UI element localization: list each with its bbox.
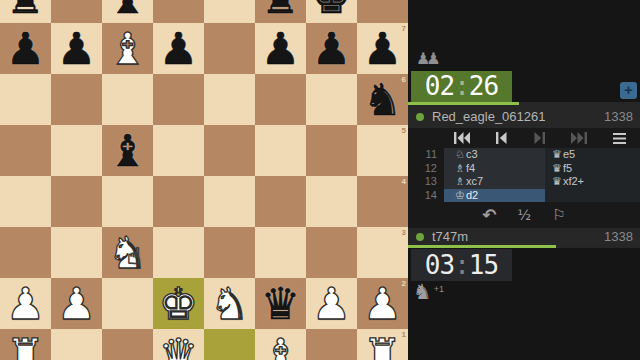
square-d3[interactable] (153, 227, 204, 278)
next-move-button[interactable] (534, 132, 545, 144)
last-move-button[interactable] (571, 132, 587, 144)
square-h4[interactable]: 4 (357, 176, 408, 227)
black-player-name: Red_eagle_061261 (432, 105, 546, 128)
add-time-button[interactable]: + (620, 82, 637, 99)
square-d5[interactable] (153, 125, 204, 176)
move-number: 13 (408, 175, 444, 189)
white-player-rating: 1338 (604, 228, 633, 245)
lichess-game-screen: ♜♝♜♚8♟♟♝♟♟♟♟7♞6♝54♞3♟♟♚♞♛♟♟2♜♛♝♜1 ☝ ♟♟ 0… (0, 0, 640, 360)
piece-figurine: ♛ (552, 162, 562, 175)
square-b3[interactable] (51, 227, 102, 278)
menu-button[interactable] (613, 133, 626, 144)
clock-colon: : (454, 71, 469, 101)
step-back-icon (496, 132, 507, 144)
square-b5[interactable] (51, 125, 102, 176)
square-a7[interactable]: ♟ (0, 23, 51, 74)
square-g6[interactable] (306, 74, 357, 125)
black-queen: ♛ (255, 278, 306, 329)
square-h1[interactable]: ♜1 (357, 329, 408, 360)
square-f3[interactable] (255, 227, 306, 278)
clock-minutes: 02 (425, 71, 454, 101)
square-e6[interactable] (204, 74, 255, 125)
white-rook: ♜ (0, 329, 51, 360)
white-pawn: ♟ (306, 278, 357, 329)
captured-knight-icon: ♞ (413, 280, 432, 304)
square-g2[interactable]: ♟ (306, 278, 357, 329)
chess-board[interactable]: ♜♝♜♚8♟♟♝♟♟♟♟7♞6♝54♞3♟♟♚♞♛♟♟2♜♛♝♜1 (0, 0, 408, 360)
square-a4[interactable] (0, 176, 51, 227)
square-d7[interactable]: ♟ (153, 23, 204, 74)
square-h6[interactable]: ♞6 (357, 74, 408, 125)
square-b6[interactable] (51, 74, 102, 125)
square-e2[interactable]: ♞ (204, 278, 255, 329)
black-rook: ♜ (255, 0, 306, 23)
piece-figurine: ♛ (552, 175, 562, 188)
white-bishop: ♝ (102, 23, 153, 74)
square-a8[interactable]: ♜ (0, 0, 51, 23)
square-b1[interactable] (51, 329, 102, 360)
rank-label-7: 7 (402, 24, 406, 33)
square-g8[interactable]: ♚ (306, 0, 357, 23)
square-d1[interactable]: ♛ (153, 329, 204, 360)
black-player-clock: 02:26 (411, 71, 512, 102)
material-advantage: +1 (434, 284, 444, 294)
square-c4[interactable] (102, 176, 153, 227)
hamburger-menu-icon (613, 133, 626, 144)
move-number: 14 (408, 189, 444, 203)
clock-colon: : (454, 250, 469, 280)
white-king: ♚ (153, 278, 204, 329)
white-bishop: ♝ (255, 329, 306, 360)
square-d4[interactable] (153, 176, 204, 227)
white-clock-progress-fill (408, 245, 556, 248)
clock-seconds: 15 (469, 250, 498, 280)
square-b4[interactable] (51, 176, 102, 227)
square-e8[interactable] (204, 0, 255, 23)
resign-flag-button[interactable]: ⚐ (552, 206, 565, 224)
square-a5[interactable] (0, 125, 51, 176)
white-rook: ♜ (357, 329, 408, 360)
square-a1[interactable]: ♜ (0, 329, 51, 360)
square-h7[interactable]: ♟7 (357, 23, 408, 74)
square-g7[interactable]: ♟ (306, 23, 357, 74)
rank-label-2: 2 (402, 279, 406, 288)
square-f2[interactable]: ♛ (255, 278, 306, 329)
square-f4[interactable] (255, 176, 306, 227)
skip-to-start-icon (454, 132, 470, 144)
square-a6[interactable] (0, 74, 51, 125)
square-f5[interactable] (255, 125, 306, 176)
square-a3[interactable] (0, 227, 51, 278)
move-white-12[interactable]: ♗f4 (444, 162, 545, 176)
black-king: ♚ (306, 0, 357, 23)
game-actions: ↶ ½ ⚐ (408, 201, 640, 228)
black-pawn: ♟ (0, 23, 51, 74)
square-e7[interactable] (204, 23, 255, 74)
square-g5[interactable] (306, 125, 357, 176)
captured-pieces-black-player: ♟♟ (416, 51, 437, 67)
board-viewport: ♜♝♜♚8♟♟♝♟♟♟♟7♞6♝54♞3♟♟♚♞♛♟♟2♜♛♝♜1 ☝ (0, 0, 408, 360)
square-f1[interactable]: ♝ (255, 329, 306, 360)
white-queen: ♛ (153, 329, 204, 360)
black-pawn: ♟ (306, 23, 357, 74)
black-knight: ♞ (357, 74, 408, 125)
rank-label-3: 3 (402, 228, 406, 237)
square-b8[interactable] (51, 0, 102, 23)
move-table: 11♘c3♛e512♗f4♛f513♗xc7♛xf2+14♔d2 (408, 148, 640, 202)
square-g1[interactable] (306, 329, 357, 360)
white-pawn: ♟ (357, 278, 408, 329)
online-indicator (416, 233, 424, 241)
square-f7[interactable]: ♟ (255, 23, 306, 74)
square-c5[interactable]: ♝ (102, 125, 153, 176)
square-d6[interactable] (153, 74, 204, 125)
takeback-button[interactable]: ↶ (482, 206, 496, 224)
square-b2[interactable]: ♟ (51, 278, 102, 329)
square-h2[interactable]: ♟2 (357, 278, 408, 329)
online-indicator (416, 113, 424, 121)
white-pawn: ♟ (51, 278, 102, 329)
move-black-13[interactable]: ♛xf2+ (545, 175, 640, 189)
square-c6[interactable] (102, 74, 153, 125)
square-g3[interactable] (306, 227, 357, 278)
piece-figurine: ♔ (455, 189, 465, 202)
square-c2[interactable] (102, 278, 153, 329)
black-rook: ♜ (0, 0, 51, 23)
black-pawn: ♟ (357, 23, 408, 74)
black-player-rating: 1338 (604, 105, 633, 128)
white-pawn: ♟ (0, 278, 51, 329)
black-pawn: ♟ (51, 23, 102, 74)
square-c7[interactable]: ♝ (102, 23, 153, 74)
clock-seconds: 26 (469, 71, 498, 101)
captured-pieces-white-player: ♞+1 (413, 280, 444, 304)
square-g4[interactable] (306, 176, 357, 227)
white-knight: ♞ (204, 278, 255, 329)
square-h3[interactable]: 3 (357, 227, 408, 278)
black-bishop: ♝ (102, 0, 153, 23)
white-clock-progress-bar (408, 245, 640, 248)
square-h8[interactable]: 8 (357, 0, 408, 23)
white-player-row[interactable]: t747m 1338 (408, 228, 640, 245)
hand-cursor-icon: ☝ (127, 245, 141, 268)
square-e4[interactable] (204, 176, 255, 227)
black-bishop: ♝ (102, 125, 153, 176)
square-h5[interactable]: 5 (357, 125, 408, 176)
move-navigation (454, 128, 626, 148)
moves-box: 11♘c3♛e512♗f4♛f513♗xc7♛xf2+14♔d2 ↶ ½ ⚐ (408, 128, 640, 228)
step-forward-icon (534, 132, 545, 144)
previous-move-button[interactable] (496, 132, 507, 144)
rank-label-6: 6 (402, 75, 406, 84)
piece-figurine: ♗ (455, 162, 465, 175)
square-a2[interactable]: ♟ (0, 278, 51, 329)
black-player-row[interactable]: Red_eagle_061261 1338 (408, 105, 640, 128)
square-c8[interactable]: ♝ (102, 0, 153, 23)
white-player-name: t747m (432, 228, 468, 245)
move-number: 12 (408, 162, 444, 176)
rank-label-1: 1 (402, 330, 406, 339)
square-d2[interactable]: ♚ (153, 278, 204, 329)
black-pawn: ♟ (153, 23, 204, 74)
square-e1[interactable] (204, 329, 255, 360)
move-black-14[interactable] (545, 189, 640, 203)
clock-minutes: 03 (425, 250, 454, 280)
piece-figurine: ♗ (455, 175, 465, 188)
black-pawn: ♟ (255, 23, 306, 74)
game-side-panel: ♟♟ 02:26 + Red_eagle_061261 1338 (408, 0, 640, 360)
square-c1[interactable] (102, 329, 153, 360)
move-white-14[interactable]: ♔d2 (444, 189, 545, 203)
square-f6[interactable] (255, 74, 306, 125)
move-white-13[interactable]: ♗xc7 (444, 175, 545, 189)
move-black-12[interactable]: ♛f5 (545, 162, 640, 176)
white-player-clock: 03:15 (411, 249, 512, 281)
draw-offer-button[interactable]: ½ (518, 206, 532, 224)
square-e5[interactable] (204, 125, 255, 176)
skip-to-end-icon (571, 132, 587, 144)
move-black-11[interactable]: ♛e5 (545, 148, 640, 162)
square-e3[interactable] (204, 227, 255, 278)
move-white-11[interactable]: ♘c3 (444, 148, 545, 162)
square-b7[interactable]: ♟ (51, 23, 102, 74)
piece-figurine: ♛ (552, 148, 562, 161)
piece-figurine: ♘ (455, 148, 465, 161)
square-d8[interactable] (153, 0, 204, 23)
move-number: 11 (408, 148, 444, 162)
square-f8[interactable]: ♜ (255, 0, 306, 23)
rank-label-4: 4 (402, 177, 406, 186)
rank-label-5: 5 (402, 126, 406, 135)
first-move-button[interactable] (454, 132, 470, 144)
